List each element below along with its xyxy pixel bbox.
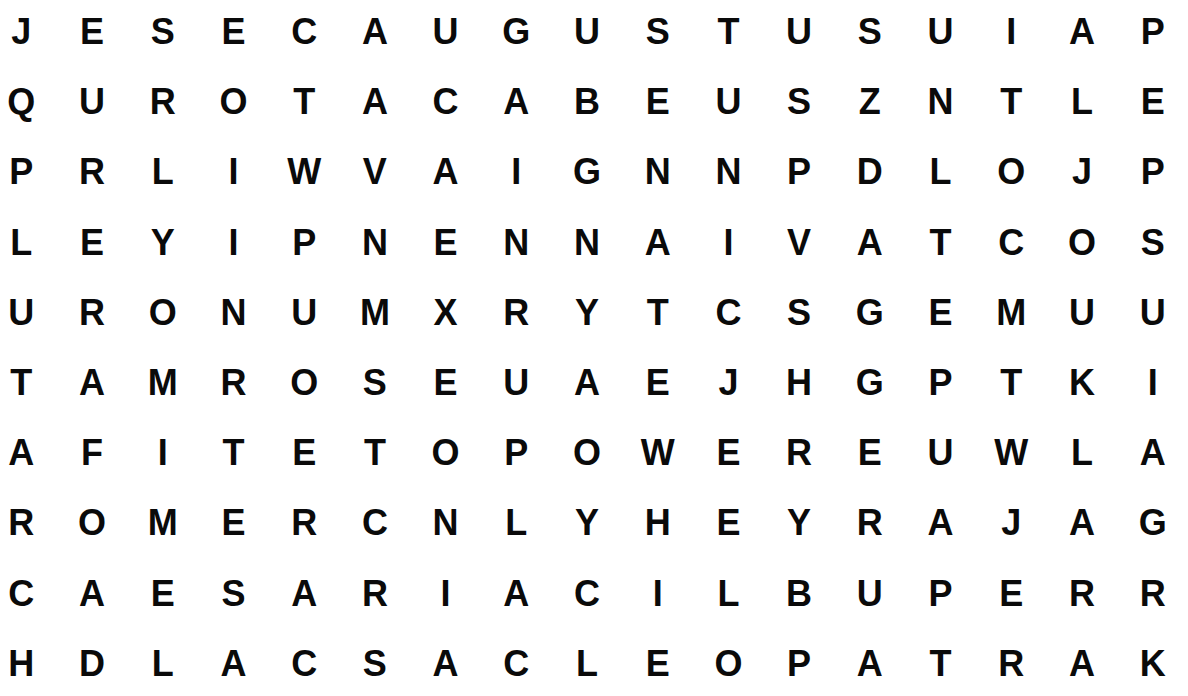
grid-cell-r8c1[interactable]: R [0, 488, 57, 558]
grid-cell-r6c14[interactable]: P [905, 348, 976, 418]
grid-cell-r9c9[interactable]: C [552, 559, 623, 629]
grid-cell-r3c16[interactable]: J [1047, 137, 1118, 207]
grid-cell-r5c13[interactable]: G [834, 278, 905, 348]
grid-cell-r3c9[interactable]: G [552, 137, 623, 207]
grid-cell-r1c11[interactable]: T [693, 0, 764, 67]
grid-cell-r7c6[interactable]: T [340, 418, 411, 488]
grid-cell-r3c15[interactable]: O [976, 137, 1047, 207]
grid-cell-r8c11[interactable]: E [693, 488, 764, 558]
grid-cell-r10c13[interactable]: A [834, 629, 905, 696]
grid-cell-r10c4[interactable]: A [198, 629, 269, 696]
grid-cell-r4c9[interactable]: N [552, 208, 623, 278]
grid-cell-r6c17[interactable]: I [1117, 348, 1188, 418]
grid-cell-r8c6[interactable]: C [340, 488, 411, 558]
grid-cell-r4c5[interactable]: P [269, 208, 340, 278]
grid-cell-r4c1[interactable]: L [0, 208, 57, 278]
grid-cell-r6c5[interactable]: O [269, 348, 340, 418]
grid-cell-r1c8[interactable]: G [481, 0, 552, 67]
grid-cell-r10c16[interactable]: A [1047, 629, 1118, 696]
grid-cell-r9c15[interactable]: E [976, 559, 1047, 629]
grid-cell-r2c6[interactable]: A [340, 67, 411, 137]
grid-cell-r7c5[interactable]: E [269, 418, 340, 488]
grid-cell-r2c17[interactable]: E [1117, 67, 1188, 137]
grid-cell-r4c15[interactable]: C [976, 208, 1047, 278]
grid-cell-r8c16[interactable]: A [1047, 488, 1118, 558]
grid-cell-r1c14[interactable]: U [905, 0, 976, 67]
grid-cell-r1c9[interactable]: U [552, 0, 623, 67]
grid-cell-r8c13[interactable]: R [834, 488, 905, 558]
grid-cell-r3c7[interactable]: A [410, 137, 481, 207]
grid-cell-r2c3[interactable]: R [127, 67, 198, 137]
grid-cell-r1c16[interactable]: A [1047, 0, 1118, 67]
grid-cell-r8c15[interactable]: J [976, 488, 1047, 558]
grid-cell-r2c10[interactable]: E [622, 67, 693, 137]
grid-cell-r2c2[interactable]: U [57, 67, 128, 137]
grid-cell-r2c9[interactable]: B [552, 67, 623, 137]
grid-cell-r7c7[interactable]: O [410, 418, 481, 488]
grid-cell-r9c7[interactable]: I [410, 559, 481, 629]
grid-cell-r8c10[interactable]: H [622, 488, 693, 558]
grid-cell-r6c13[interactable]: G [834, 348, 905, 418]
word-search-puzzle: JESECAUGUSTUSUIAPQUROTACABEUSZNTLEPRLIWV… [0, 0, 1188, 696]
grid-cell-r10c2[interactable]: D [57, 629, 128, 696]
grid-cell-r5c17[interactable]: U [1117, 278, 1188, 348]
grid-cell-r8c8[interactable]: L [481, 488, 552, 558]
grid-cell-r6c8[interactable]: U [481, 348, 552, 418]
grid-cell-r9c10[interactable]: I [622, 559, 693, 629]
grid-cell-r2c7[interactable]: C [410, 67, 481, 137]
grid-cell-r8c5[interactable]: R [269, 488, 340, 558]
grid-cell-r9c8[interactable]: A [481, 559, 552, 629]
grid-cell-r8c7[interactable]: N [410, 488, 481, 558]
grid-cell-r4c3[interactable]: Y [127, 208, 198, 278]
grid-cell-r3c14[interactable]: L [905, 137, 976, 207]
grid-cell-r10c5[interactable]: C [269, 629, 340, 696]
grid-cell-r7c3[interactable]: I [127, 418, 198, 488]
grid-cell-r10c10[interactable]: E [622, 629, 693, 696]
grid-cell-r7c9[interactable]: O [552, 418, 623, 488]
grid-cell-r10c7[interactable]: A [410, 629, 481, 696]
grid-cell-r7c1[interactable]: A [0, 418, 57, 488]
grid-cell-r8c4[interactable]: E [198, 488, 269, 558]
grid-cell-r3c8[interactable]: I [481, 137, 552, 207]
grid-cell-r10c15[interactable]: R [976, 629, 1047, 696]
grid-cell-r6c9[interactable]: A [552, 348, 623, 418]
grid-cell-r6c4[interactable]: R [198, 348, 269, 418]
grid-cell-r7c12[interactable]: R [764, 418, 835, 488]
grid-cell-r9c1[interactable]: C [0, 559, 57, 629]
grid-cell-r10c14[interactable]: T [905, 629, 976, 696]
grid-cell-r3c11[interactable]: N [693, 137, 764, 207]
grid-cell-r8c3[interactable]: M [127, 488, 198, 558]
grid-cell-r5c12[interactable]: S [764, 278, 835, 348]
grid-cell-r8c17[interactable]: G [1117, 488, 1188, 558]
grid-cell-r5c2[interactable]: R [57, 278, 128, 348]
grid-cell-r4c8[interactable]: N [481, 208, 552, 278]
grid-cell-r1c13[interactable]: S [834, 0, 905, 67]
grid-cell-r2c15[interactable]: T [976, 67, 1047, 137]
grid-cell-r4c11[interactable]: I [693, 208, 764, 278]
grid-cell-r9c14[interactable]: P [905, 559, 976, 629]
grid-cell-r7c15[interactable]: W [976, 418, 1047, 488]
grid-cell-r9c5[interactable]: A [269, 559, 340, 629]
grid-cell-r7c8[interactable]: P [481, 418, 552, 488]
grid-cell-r2c1[interactable]: Q [0, 67, 57, 137]
grid-cell-r5c7[interactable]: X [410, 278, 481, 348]
grid-cell-r1c12[interactable]: U [764, 0, 835, 67]
grid-cell-r3c5[interactable]: W [269, 137, 340, 207]
grid-cell-r2c11[interactable]: U [693, 67, 764, 137]
grid-cell-r4c12[interactable]: V [764, 208, 835, 278]
grid-cell-r1c3[interactable]: S [127, 0, 198, 67]
grid-cell-r3c13[interactable]: D [834, 137, 905, 207]
grid-cell-r10c9[interactable]: L [552, 629, 623, 696]
grid-cell-r4c7[interactable]: E [410, 208, 481, 278]
grid-cell-r5c4[interactable]: N [198, 278, 269, 348]
grid-cell-r6c16[interactable]: K [1047, 348, 1118, 418]
grid-cell-r5c15[interactable]: M [976, 278, 1047, 348]
grid-cell-r9c17[interactable]: R [1117, 559, 1188, 629]
grid-cell-r7c16[interactable]: L [1047, 418, 1118, 488]
grid-cell-r10c8[interactable]: C [481, 629, 552, 696]
grid-cell-r5c11[interactable]: C [693, 278, 764, 348]
grid-cell-r8c2[interactable]: O [57, 488, 128, 558]
grid-cell-r1c10[interactable]: S [622, 0, 693, 67]
grid-cell-r1c5[interactable]: C [269, 0, 340, 67]
grid-cell-r2c13[interactable]: Z [834, 67, 905, 137]
grid-cell-r4c16[interactable]: O [1047, 208, 1118, 278]
grid-cell-r2c5[interactable]: T [269, 67, 340, 137]
grid-cell-r6c7[interactable]: E [410, 348, 481, 418]
grid-cell-r5c3[interactable]: O [127, 278, 198, 348]
grid-cell-r2c8[interactable]: A [481, 67, 552, 137]
grid-cell-r10c17[interactable]: K [1117, 629, 1188, 696]
grid-cell-r3c10[interactable]: N [622, 137, 693, 207]
grid-cell-r5c1[interactable]: U [0, 278, 57, 348]
grid-cell-r3c2[interactable]: R [57, 137, 128, 207]
grid-cell-r3c12[interactable]: P [764, 137, 835, 207]
grid-cell-r6c12[interactable]: H [764, 348, 835, 418]
grid-cell-r10c12[interactable]: P [764, 629, 835, 696]
grid-cell-r7c17[interactable]: A [1117, 418, 1188, 488]
grid-cell-r7c10[interactable]: W [622, 418, 693, 488]
grid-cell-r5c6[interactable]: M [340, 278, 411, 348]
grid-cell-r6c11[interactable]: J [693, 348, 764, 418]
grid-cell-r10c11[interactable]: O [693, 629, 764, 696]
grid-cell-r7c14[interactable]: U [905, 418, 976, 488]
grid-cell-r5c8[interactable]: R [481, 278, 552, 348]
grid-cell-r1c17[interactable]: P [1117, 0, 1188, 67]
grid-cell-r4c17[interactable]: S [1117, 208, 1188, 278]
grid-cell-r6c6[interactable]: S [340, 348, 411, 418]
grid-cell-r7c11[interactable]: E [693, 418, 764, 488]
grid-cell-r7c4[interactable]: T [198, 418, 269, 488]
grid-cell-r10c6[interactable]: S [340, 629, 411, 696]
grid-cell-r7c2[interactable]: F [57, 418, 128, 488]
grid-cell-r6c10[interactable]: E [622, 348, 693, 418]
grid-cell-r8c9[interactable]: Y [552, 488, 623, 558]
grid-cell-r9c4[interactable]: S [198, 559, 269, 629]
grid-cell-r5c14[interactable]: E [905, 278, 976, 348]
grid-cell-r6c2[interactable]: A [57, 348, 128, 418]
grid-cell-r2c12[interactable]: S [764, 67, 835, 137]
grid-cell-r6c15[interactable]: T [976, 348, 1047, 418]
grid-cell-r1c7[interactable]: U [410, 0, 481, 67]
grid-cell-r2c16[interactable]: L [1047, 67, 1118, 137]
grid-cell-r8c14[interactable]: A [905, 488, 976, 558]
grid-cell-r10c1[interactable]: H [0, 629, 57, 696]
grid-cell-r5c9[interactable]: Y [552, 278, 623, 348]
grid-cell-r9c3[interactable]: E [127, 559, 198, 629]
grid-cell-r6c1[interactable]: T [0, 348, 57, 418]
grid-cell-r2c4[interactable]: O [198, 67, 269, 137]
grid-cell-r3c3[interactable]: L [127, 137, 198, 207]
grid-cell-r2c14[interactable]: N [905, 67, 976, 137]
grid-cell-r1c4[interactable]: E [198, 0, 269, 67]
grid-cell-r1c2[interactable]: E [57, 0, 128, 67]
grid-cell-r4c6[interactable]: N [340, 208, 411, 278]
grid-cell-r8c12[interactable]: Y [764, 488, 835, 558]
word-search-grid: JESECAUGUSTUSUIAPQUROTACABEUSZNTLEPRLIWV… [0, 0, 1188, 696]
grid-cell-r3c1[interactable]: P [0, 137, 57, 207]
grid-cell-r1c6[interactable]: A [340, 0, 411, 67]
grid-cell-r9c2[interactable]: A [57, 559, 128, 629]
grid-cell-r1c1[interactable]: J [0, 0, 57, 67]
grid-cell-r9c13[interactable]: U [834, 559, 905, 629]
grid-cell-r4c14[interactable]: T [905, 208, 976, 278]
grid-cell-r3c17[interactable]: P [1117, 137, 1188, 207]
grid-cell-r10c3[interactable]: L [127, 629, 198, 696]
grid-cell-r9c12[interactable]: B [764, 559, 835, 629]
grid-cell-r4c2[interactable]: E [57, 208, 128, 278]
grid-cell-r1c15[interactable]: I [976, 0, 1047, 67]
grid-cell-r7c13[interactable]: E [834, 418, 905, 488]
grid-cell-r9c16[interactable]: R [1047, 559, 1118, 629]
grid-cell-r5c16[interactable]: U [1047, 278, 1118, 348]
grid-cell-r5c5[interactable]: U [269, 278, 340, 348]
grid-cell-r4c4[interactable]: I [198, 208, 269, 278]
grid-cell-r6c3[interactable]: M [127, 348, 198, 418]
grid-cell-r9c6[interactable]: R [340, 559, 411, 629]
grid-cell-r4c10[interactable]: A [622, 208, 693, 278]
grid-cell-r9c11[interactable]: L [693, 559, 764, 629]
grid-cell-r3c4[interactable]: I [198, 137, 269, 207]
grid-cell-r3c6[interactable]: V [340, 137, 411, 207]
grid-cell-r4c13[interactable]: A [834, 208, 905, 278]
grid-cell-r5c10[interactable]: T [622, 278, 693, 348]
